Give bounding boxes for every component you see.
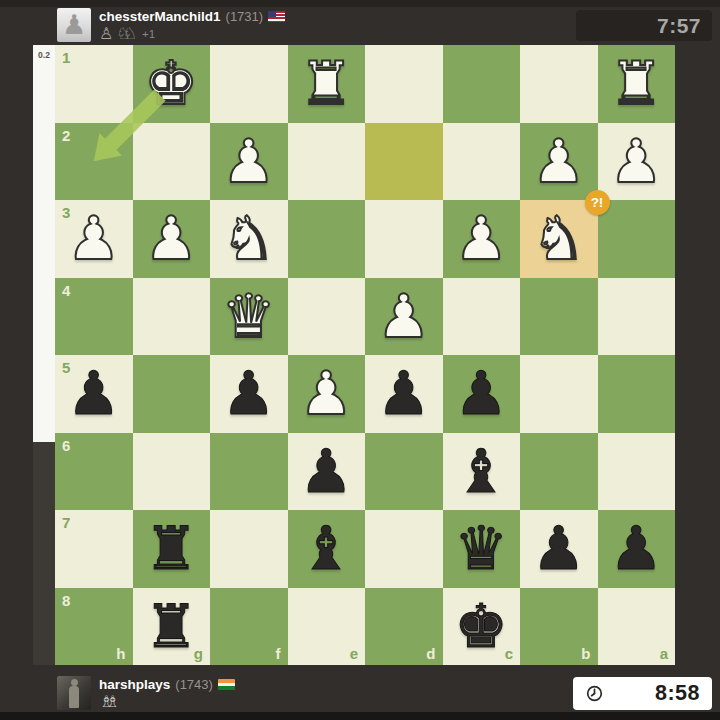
square-c5[interactable]: ♟ bbox=[443, 355, 521, 433]
square-d8[interactable]: d bbox=[365, 588, 443, 666]
square-g4[interactable] bbox=[133, 278, 211, 356]
top-strip bbox=[0, 0, 720, 7]
square-g8[interactable]: g♜ bbox=[133, 588, 211, 666]
rank-label-6: 6 bbox=[62, 438, 70, 453]
square-f6[interactable] bbox=[210, 433, 288, 511]
piece-bP-a7[interactable]: ♟ bbox=[598, 510, 676, 588]
square-c1[interactable] bbox=[443, 45, 521, 123]
square-b4[interactable] bbox=[520, 278, 598, 356]
square-g1[interactable]: ♚ bbox=[133, 45, 211, 123]
india-flag-icon bbox=[218, 679, 235, 690]
piece-wP-c3[interactable]: ♟ bbox=[443, 200, 521, 278]
square-a4[interactable] bbox=[598, 278, 676, 356]
bottom-clock-time: 8:58 bbox=[655, 681, 700, 706]
bottom-captured-pieces: ♗ ♗ bbox=[99, 694, 120, 710]
square-d7[interactable] bbox=[365, 510, 443, 588]
square-e8[interactable]: e bbox=[288, 588, 366, 666]
square-c2[interactable] bbox=[443, 123, 521, 201]
square-d5[interactable]: ♟ bbox=[365, 355, 443, 433]
piece-wN-f3[interactable]: ♞ bbox=[210, 200, 288, 278]
square-b3[interactable]: ♞?! bbox=[520, 200, 598, 278]
square-b5[interactable] bbox=[520, 355, 598, 433]
piece-wP-e5[interactable]: ♟ bbox=[288, 355, 366, 433]
bottom-player-rating: (1743) bbox=[175, 677, 213, 692]
square-a1[interactable]: ♜ bbox=[598, 45, 676, 123]
square-f4[interactable]: ♛ bbox=[210, 278, 288, 356]
square-h6[interactable]: 6 bbox=[55, 433, 133, 511]
square-g5[interactable] bbox=[133, 355, 211, 433]
captured-pawn-icon: ♙ bbox=[99, 26, 113, 42]
bottom-player-clock: 8:58 bbox=[573, 677, 712, 710]
square-g2[interactable] bbox=[133, 123, 211, 201]
square-f2[interactable]: ♟ bbox=[210, 123, 288, 201]
piece-bK-c8[interactable]: ♚ bbox=[443, 588, 521, 666]
piece-bP-d5[interactable]: ♟ bbox=[365, 355, 443, 433]
piece-bP-h5[interactable]: ♟ bbox=[55, 355, 133, 433]
piece-wP-h3[interactable]: ♟ bbox=[55, 200, 133, 278]
square-b6[interactable] bbox=[520, 433, 598, 511]
square-e2[interactable] bbox=[288, 123, 366, 201]
file-label-h: h bbox=[116, 646, 125, 661]
square-f3[interactable]: ♞ bbox=[210, 200, 288, 278]
clock-icon bbox=[586, 685, 603, 702]
square-c3[interactable]: ♟ bbox=[443, 200, 521, 278]
square-d3[interactable] bbox=[365, 200, 443, 278]
piece-wP-a2[interactable]: ♟ bbox=[598, 123, 676, 201]
pawn-avatar-icon: ♟ bbox=[62, 8, 86, 42]
piece-bR-g8[interactable]: ♜ bbox=[133, 588, 211, 666]
rank-label-1: 1 bbox=[62, 50, 70, 65]
rank-label-8: 8 bbox=[62, 593, 70, 608]
square-h2[interactable]: 2 bbox=[55, 123, 133, 201]
piece-wP-g3[interactable]: ♟ bbox=[133, 200, 211, 278]
piece-wP-d4[interactable]: ♟ bbox=[365, 278, 443, 356]
evaluation-bar: 0.2 bbox=[33, 45, 55, 665]
square-a6[interactable] bbox=[598, 433, 676, 511]
piece-wQ-f4[interactable]: ♛ bbox=[210, 278, 288, 356]
square-f1[interactable] bbox=[210, 45, 288, 123]
piece-wK-g1[interactable]: ♚ bbox=[133, 45, 211, 123]
square-d2[interactable] bbox=[365, 123, 443, 201]
square-b8[interactable]: b bbox=[520, 588, 598, 666]
piece-bB-e7[interactable]: ♝ bbox=[288, 510, 366, 588]
piece-bP-c5[interactable]: ♟ bbox=[443, 355, 521, 433]
file-label-e: e bbox=[350, 646, 358, 661]
piece-bP-b7[interactable]: ♟ bbox=[520, 510, 598, 588]
square-f7[interactable] bbox=[210, 510, 288, 588]
square-d4[interactable]: ♟ bbox=[365, 278, 443, 356]
square-e5[interactable]: ♟ bbox=[288, 355, 366, 433]
top-clock-time: 7:57 bbox=[657, 14, 701, 38]
piece-bP-f5[interactable]: ♟ bbox=[210, 355, 288, 433]
piece-wP-b2[interactable]: ♟ bbox=[520, 123, 598, 201]
square-a5[interactable] bbox=[598, 355, 676, 433]
square-c6[interactable]: ♝ bbox=[443, 433, 521, 511]
piece-wN-b3[interactable]: ♞ bbox=[520, 200, 598, 278]
inaccuracy-badge: ?! bbox=[585, 190, 610, 215]
square-d6[interactable] bbox=[365, 433, 443, 511]
piece-bQ-c7[interactable]: ♛ bbox=[443, 510, 521, 588]
square-d1[interactable] bbox=[365, 45, 443, 123]
captured-bishop-icon: ♗ bbox=[105, 694, 119, 710]
square-e4[interactable] bbox=[288, 278, 366, 356]
piece-bP-e6[interactable]: ♟ bbox=[288, 433, 366, 511]
person-photo bbox=[69, 686, 79, 708]
square-h3[interactable]: 3♟ bbox=[55, 200, 133, 278]
square-e7[interactable]: ♝ bbox=[288, 510, 366, 588]
top-player-name[interactable]: chessterManchild1 bbox=[99, 9, 221, 24]
piece-wR-a1[interactable]: ♜ bbox=[598, 45, 676, 123]
square-c7[interactable]: ♛ bbox=[443, 510, 521, 588]
bottom-strip bbox=[0, 712, 720, 720]
square-h7[interactable]: 7 bbox=[55, 510, 133, 588]
square-h8[interactable]: 8h bbox=[55, 588, 133, 666]
square-b7[interactable]: ♟ bbox=[520, 510, 598, 588]
top-captured-pieces: ♙ ♘ ♘ +1 bbox=[99, 26, 155, 42]
top-player-clock: 7:57 bbox=[576, 10, 712, 41]
piece-wR-e1[interactable]: ♜ bbox=[288, 45, 366, 123]
square-h1[interactable]: 1 bbox=[55, 45, 133, 123]
chess-app-window: ♟ chessterManchild1 (1731) ♙ ♘ ♘ +1 7:57… bbox=[0, 0, 720, 720]
rank-label-4: 4 bbox=[62, 283, 70, 298]
square-e3[interactable] bbox=[288, 200, 366, 278]
square-g6[interactable] bbox=[133, 433, 211, 511]
square-g3[interactable]: ♟ bbox=[133, 200, 211, 278]
square-f8[interactable]: f bbox=[210, 588, 288, 666]
top-player-avatar[interactable]: ♟ bbox=[57, 8, 91, 42]
board[interactable]: 1♚♜♜2♟♟♟3♟♟♞♟♞?!4♛♟5♟♟♟♟♟6♟♝7♜♝♛♟♟8hg♜fe… bbox=[55, 45, 675, 665]
captured-knight-icon: ♘ bbox=[123, 26, 137, 42]
rank-label-7: 7 bbox=[62, 515, 70, 530]
material-score: +1 bbox=[142, 28, 155, 40]
square-a3[interactable] bbox=[598, 200, 676, 278]
piece-wP-f2[interactable]: ♟ bbox=[210, 123, 288, 201]
square-c4[interactable] bbox=[443, 278, 521, 356]
square-a2[interactable]: ♟ bbox=[598, 123, 676, 201]
square-e6[interactable]: ♟ bbox=[288, 433, 366, 511]
square-f5[interactable]: ♟ bbox=[210, 355, 288, 433]
rank-label-2: 2 bbox=[62, 128, 70, 143]
piece-bR-g7[interactable]: ♜ bbox=[133, 510, 211, 588]
file-label-a: a bbox=[660, 646, 668, 661]
piece-bB-c6[interactable]: ♝ bbox=[443, 433, 521, 511]
square-b2[interactable]: ♟ bbox=[520, 123, 598, 201]
file-label-f: f bbox=[276, 646, 281, 661]
square-h4[interactable]: 4 bbox=[55, 278, 133, 356]
bottom-player-avatar[interactable] bbox=[57, 676, 91, 710]
square-g7[interactable]: ♜ bbox=[133, 510, 211, 588]
square-h5[interactable]: 5♟ bbox=[55, 355, 133, 433]
evaluation-score: 0.2 bbox=[33, 50, 55, 60]
bottom-player-name[interactable]: harshplays bbox=[99, 677, 170, 692]
square-a7[interactable]: ♟ bbox=[598, 510, 676, 588]
square-e1[interactable]: ♜ bbox=[288, 45, 366, 123]
us-flag-icon bbox=[268, 11, 285, 22]
file-label-d: d bbox=[426, 646, 435, 661]
square-a8[interactable]: a bbox=[598, 588, 676, 666]
top-player-rating: (1731) bbox=[226, 9, 264, 24]
square-b1[interactable] bbox=[520, 45, 598, 123]
square-c8[interactable]: c♚ bbox=[443, 588, 521, 666]
file-label-b: b bbox=[581, 646, 590, 661]
evaluation-bar-white-portion: 0.2 bbox=[33, 45, 55, 442]
